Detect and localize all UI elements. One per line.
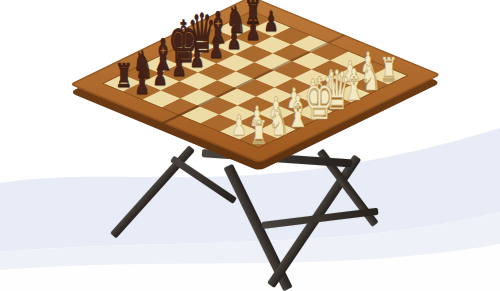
chess-table-product-photo: ♜♞♝♛♚♝♞♜♟♟♟♟♟♟♟♟♟♟♟♟♟♟♟♟♜♞♝♛♚♝♞♜ xyxy=(0,0,500,291)
